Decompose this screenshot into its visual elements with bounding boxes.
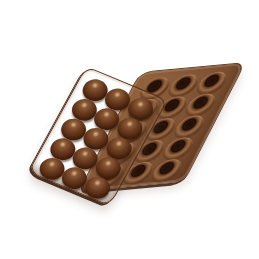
mold-cavity-opening — [182, 93, 220, 117]
mold-cavity-opening — [171, 114, 209, 138]
mold-cavity-opening — [193, 71, 231, 95]
product-photo-stage — [0, 0, 259, 259]
mold-cavity-opening — [148, 158, 186, 182]
mold-cavity-opening — [159, 136, 197, 160]
